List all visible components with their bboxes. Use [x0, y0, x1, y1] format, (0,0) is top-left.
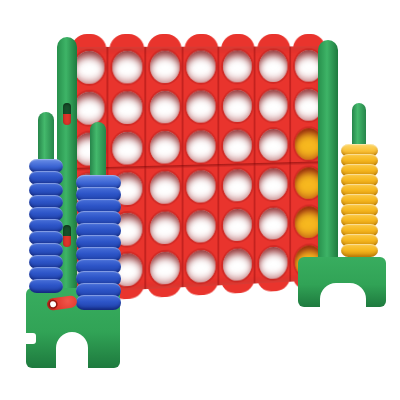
board-hole	[150, 131, 180, 164]
board-hole	[223, 208, 252, 241]
board-hole	[150, 251, 180, 285]
board-hole	[259, 246, 287, 279]
board-cell-c5r4	[220, 165, 256, 206]
board-hole	[74, 51, 105, 84]
board-cell-c3r1	[146, 47, 183, 87]
board-hole	[150, 211, 180, 245]
board-cell-c2r1	[108, 47, 146, 88]
rail-slider-slot-upper	[63, 103, 71, 125]
board-cell-c6r3	[256, 125, 292, 165]
board-cell-c5r6	[220, 244, 256, 285]
board-cell-c3r5	[146, 207, 183, 249]
board-cell-c6r6	[256, 242, 292, 283]
yellow-disc-stack-right	[341, 147, 378, 257]
board-cell-c6r1	[256, 46, 292, 86]
board-hole	[187, 130, 216, 163]
board-hole	[223, 129, 252, 162]
blue-disc	[76, 295, 121, 310]
board-hole	[259, 207, 287, 240]
board-cell-c4r4	[183, 166, 220, 207]
board-hole	[150, 91, 180, 124]
foot-left-notch	[26, 333, 36, 344]
board-cell-c6r4	[256, 164, 292, 204]
board-hole	[223, 90, 252, 122]
board-cell-c4r3	[183, 126, 220, 167]
board-cell-c6r5	[256, 203, 292, 244]
board-hole	[187, 170, 216, 203]
lever-ring-hole	[50, 301, 57, 308]
board-hole	[223, 248, 252, 281]
board-hole	[112, 51, 142, 84]
board-cell-c3r6	[146, 247, 183, 289]
blue-disc	[29, 279, 63, 293]
board-cell-c6r2	[256, 86, 292, 126]
board-hole	[259, 50, 287, 82]
board-cell-c4r5	[183, 206, 220, 247]
board-hole	[259, 129, 287, 161]
blue-disc-stack-left-inner	[76, 178, 121, 310]
board-cell-c3r2	[146, 87, 183, 128]
giant-connect-four-product-photo	[0, 0, 400, 400]
board-hole	[74, 92, 105, 125]
blue-disc-stack-left-outer	[29, 161, 63, 293]
board-cell-c5r3	[220, 126, 256, 166]
board-hole	[112, 91, 142, 124]
board-hole	[223, 169, 252, 202]
board-hole	[187, 51, 216, 83]
board-hole	[150, 171, 180, 204]
board-cell-c5r5	[220, 204, 256, 245]
board-cell-c5r1	[220, 47, 256, 87]
board-cell-c4r2	[183, 86, 220, 126]
board-hole	[187, 210, 216, 243]
board-hole	[187, 90, 216, 123]
foot-right-arch-cutout	[320, 283, 366, 309]
board-hole	[150, 51, 180, 84]
board-hole	[223, 50, 252, 82]
board-hole	[259, 168, 287, 201]
board-cell-c5r2	[220, 86, 256, 126]
board-cell-c4r1	[183, 47, 220, 87]
board-cell-c3r3	[146, 127, 183, 168]
yellow-disc	[341, 244, 378, 257]
board-cell-c2r2	[108, 87, 146, 128]
foot-left-arch-cutout	[56, 332, 88, 370]
board-hole	[187, 250, 216, 284]
rail-slider-slot-lower	[63, 225, 71, 247]
board-cell-c2r3	[108, 128, 146, 169]
board-hole	[259, 89, 287, 121]
frame-rail-right	[318, 40, 338, 262]
board-cell-c3r4	[146, 167, 183, 208]
board-cell-c4r6	[183, 246, 220, 288]
board-hole	[112, 132, 142, 165]
